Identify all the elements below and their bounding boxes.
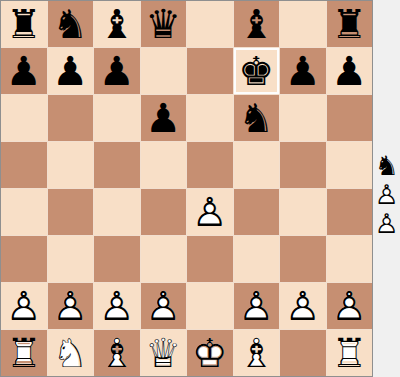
square-h8[interactable]: ♜ xyxy=(327,1,373,47)
black-knight[interactable]: ♞ xyxy=(234,95,280,141)
square-b4[interactable] xyxy=(48,189,94,235)
piece-glyph: ♙ xyxy=(187,189,233,235)
square-e6[interactable] xyxy=(187,95,233,141)
white-captured-pawn: ♟♙ xyxy=(373,180,400,209)
white-pawn[interactable]: ♟♙ xyxy=(187,189,233,235)
square-a5[interactable] xyxy=(1,142,47,188)
piece-glyph: ♙ xyxy=(1,283,47,329)
piece-glyph: ♗ xyxy=(94,330,140,376)
square-e8[interactable] xyxy=(187,1,233,47)
square-g8[interactable] xyxy=(280,1,326,47)
square-f3[interactable] xyxy=(234,236,280,282)
black-rook[interactable]: ♜ xyxy=(1,1,47,47)
square-f1[interactable]: ♝♗ xyxy=(234,330,280,376)
square-d6[interactable]: ♟ xyxy=(141,95,187,141)
piece-glyph: ♖ xyxy=(327,330,373,376)
square-g3[interactable] xyxy=(280,236,326,282)
white-bishop[interactable]: ♝♗ xyxy=(94,330,140,376)
white-rook[interactable]: ♜♖ xyxy=(1,330,47,376)
square-b5[interactable] xyxy=(48,142,94,188)
white-pawn[interactable]: ♟♙ xyxy=(280,283,326,329)
white-knight[interactable]: ♞♘ xyxy=(48,330,94,376)
square-f4[interactable] xyxy=(234,189,280,235)
white-rook[interactable]: ♜♖ xyxy=(327,330,373,376)
square-b3[interactable] xyxy=(48,236,94,282)
white-pawn[interactable]: ♟♙ xyxy=(234,283,280,329)
square-g1[interactable] xyxy=(280,330,326,376)
black-knight: ♞ xyxy=(373,151,400,180)
white-pawn[interactable]: ♟♙ xyxy=(1,283,47,329)
square-a8[interactable]: ♜ xyxy=(1,1,47,47)
square-a7[interactable]: ♟ xyxy=(1,48,47,94)
chess-board: ♜♞♝♛♝♜♟♟♟♚♟♟♟♞♟♙♟♙♟♙♟♙♟♙♟♙♟♙♟♙♜♖♞♘♝♗♛♕♚♔… xyxy=(0,0,373,377)
white-pawn: ♟♙ xyxy=(373,209,400,238)
square-c4[interactable] xyxy=(94,189,140,235)
piece-glyph: ♙ xyxy=(373,209,400,238)
piece-glyph: ♝ xyxy=(94,1,140,47)
square-b2[interactable]: ♟♙ xyxy=(48,283,94,329)
square-d7[interactable] xyxy=(141,48,187,94)
square-h6[interactable] xyxy=(327,95,373,141)
white-pawn[interactable]: ♟♙ xyxy=(327,283,373,329)
black-pawn[interactable]: ♟ xyxy=(327,48,373,94)
piece-glyph: ♞ xyxy=(48,1,94,47)
square-c1[interactable]: ♝♗ xyxy=(94,330,140,376)
piece-glyph: ♚ xyxy=(234,48,280,94)
piece-glyph: ♜ xyxy=(327,1,373,47)
square-c5[interactable] xyxy=(94,142,140,188)
square-g4[interactable] xyxy=(280,189,326,235)
black-pawn[interactable]: ♟ xyxy=(48,48,94,94)
square-g7[interactable]: ♟ xyxy=(280,48,326,94)
white-pawn[interactable]: ♟♙ xyxy=(94,283,140,329)
piece-glyph: ♟ xyxy=(280,48,326,94)
black-pawn[interactable]: ♟ xyxy=(94,48,140,94)
white-bishop[interactable]: ♝♗ xyxy=(234,330,280,376)
black-pawn[interactable]: ♟ xyxy=(141,95,187,141)
piece-glyph: ♙ xyxy=(327,283,373,329)
square-g6[interactable] xyxy=(280,95,326,141)
piece-glyph: ♛ xyxy=(141,1,187,47)
captured-pieces-tray: ♞♟♙♟♙ xyxy=(373,0,400,377)
piece-glyph: ♘ xyxy=(48,330,94,376)
square-f5[interactable] xyxy=(234,142,280,188)
piece-glyph: ♟ xyxy=(327,48,373,94)
square-a4[interactable] xyxy=(1,189,47,235)
square-d2[interactable]: ♟♙ xyxy=(141,283,187,329)
black-rook[interactable]: ♜ xyxy=(327,1,373,47)
piece-glyph: ♟ xyxy=(94,48,140,94)
white-pawn[interactable]: ♟♙ xyxy=(48,283,94,329)
piece-glyph: ♙ xyxy=(280,283,326,329)
square-d4[interactable] xyxy=(141,189,187,235)
square-c6[interactable] xyxy=(94,95,140,141)
square-a2[interactable]: ♟♙ xyxy=(1,283,47,329)
square-d3[interactable] xyxy=(141,236,187,282)
square-c3[interactable] xyxy=(94,236,140,282)
piece-glyph: ♔ xyxy=(187,330,233,376)
square-a1[interactable]: ♜♖ xyxy=(1,330,47,376)
piece-glyph: ♗ xyxy=(234,330,280,376)
square-a6[interactable] xyxy=(1,95,47,141)
square-g2[interactable]: ♟♙ xyxy=(280,283,326,329)
square-h3[interactable] xyxy=(327,236,373,282)
square-h5[interactable] xyxy=(327,142,373,188)
piece-glyph: ♙ xyxy=(141,283,187,329)
square-h7[interactable]: ♟ xyxy=(327,48,373,94)
square-d8[interactable]: ♛ xyxy=(141,1,187,47)
square-e4[interactable]: ♟♙ xyxy=(187,189,233,235)
piece-glyph: ♜ xyxy=(1,1,47,47)
black-pawn[interactable]: ♟ xyxy=(280,48,326,94)
piece-glyph: ♟ xyxy=(141,95,187,141)
square-c2[interactable]: ♟♙ xyxy=(94,283,140,329)
white-king[interactable]: ♚♔ xyxy=(187,330,233,376)
white-captured-pawn: ♟♙ xyxy=(373,209,400,238)
black-captured-knight: ♞ xyxy=(373,151,400,180)
black-pawn[interactable]: ♟ xyxy=(1,48,47,94)
chess-app: ♜♞♝♛♝♜♟♟♟♚♟♟♟♞♟♙♟♙♟♙♟♙♟♙♟♙♟♙♟♙♜♖♞♘♝♗♛♕♚♔… xyxy=(0,0,400,377)
piece-glyph: ♙ xyxy=(234,283,280,329)
square-f8[interactable]: ♝ xyxy=(234,1,280,47)
white-pawn: ♟♙ xyxy=(373,180,400,209)
piece-glyph: ♙ xyxy=(94,283,140,329)
square-c8[interactable]: ♝ xyxy=(94,1,140,47)
piece-glyph: ♙ xyxy=(373,180,400,209)
square-h2[interactable]: ♟♙ xyxy=(327,283,373,329)
white-pawn[interactable]: ♟♙ xyxy=(141,283,187,329)
square-f2[interactable]: ♟♙ xyxy=(234,283,280,329)
square-b6[interactable] xyxy=(48,95,94,141)
square-e1[interactable]: ♚♔ xyxy=(187,330,233,376)
square-f6[interactable]: ♞ xyxy=(234,95,280,141)
square-d5[interactable] xyxy=(141,142,187,188)
piece-glyph: ♟ xyxy=(48,48,94,94)
square-e7[interactable] xyxy=(187,48,233,94)
square-e5[interactable] xyxy=(187,142,233,188)
square-b1[interactable]: ♞♘ xyxy=(48,330,94,376)
square-h1[interactable]: ♜♖ xyxy=(327,330,373,376)
square-h4[interactable] xyxy=(327,189,373,235)
square-f7[interactable]: ♚ xyxy=(234,48,280,94)
square-e2[interactable] xyxy=(187,283,233,329)
square-g5[interactable] xyxy=(280,142,326,188)
piece-glyph: ♞ xyxy=(373,151,400,180)
piece-glyph: ♟ xyxy=(1,48,47,94)
square-e3[interactable] xyxy=(187,236,233,282)
piece-glyph: ♕ xyxy=(141,330,187,376)
black-bishop[interactable]: ♝ xyxy=(94,1,140,47)
white-queen[interactable]: ♛♕ xyxy=(141,330,187,376)
square-c7[interactable]: ♟ xyxy=(94,48,140,94)
piece-glyph: ♖ xyxy=(1,330,47,376)
black-bishop[interactable]: ♝ xyxy=(234,1,280,47)
black-queen[interactable]: ♛ xyxy=(141,1,187,47)
black-knight[interactable]: ♞ xyxy=(48,1,94,47)
piece-glyph: ♙ xyxy=(48,283,94,329)
piece-glyph: ♞ xyxy=(234,95,280,141)
square-b8[interactable]: ♞ xyxy=(48,1,94,47)
piece-glyph: ♝ xyxy=(234,1,280,47)
black-king[interactable]: ♚ xyxy=(234,48,280,94)
square-d1[interactable]: ♛♕ xyxy=(141,330,187,376)
square-a3[interactable] xyxy=(1,236,47,282)
square-b7[interactable]: ♟ xyxy=(48,48,94,94)
